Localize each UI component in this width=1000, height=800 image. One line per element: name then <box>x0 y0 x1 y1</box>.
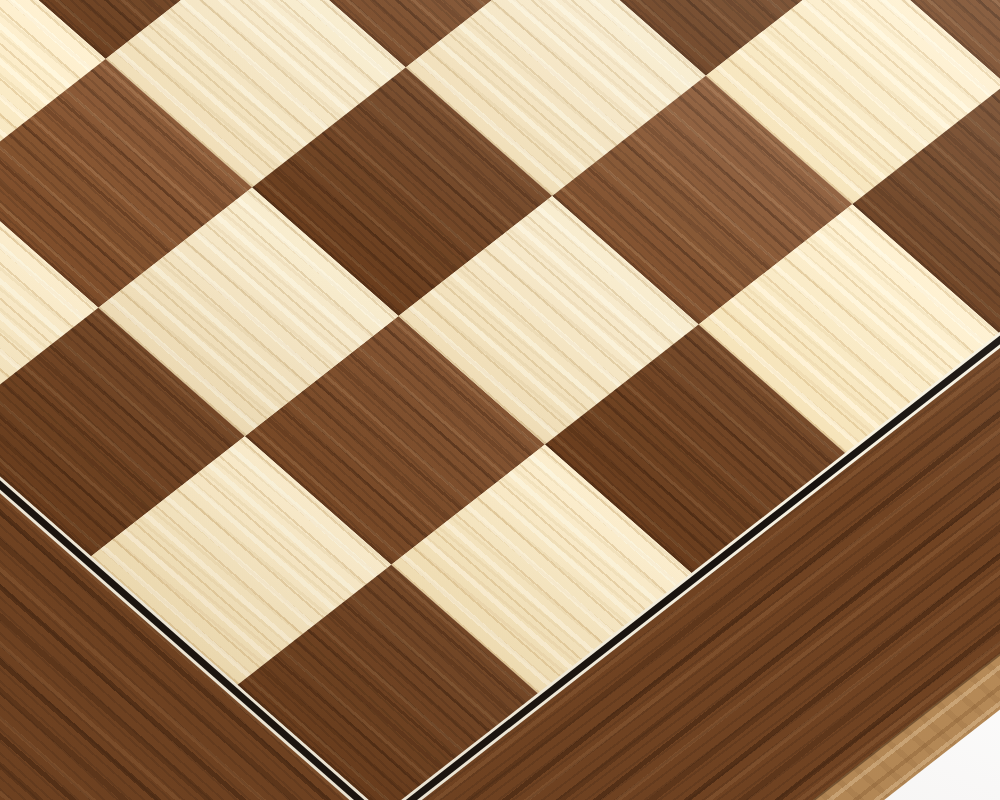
board-photo <box>0 0 1000 800</box>
chessboard <box>0 0 1000 800</box>
